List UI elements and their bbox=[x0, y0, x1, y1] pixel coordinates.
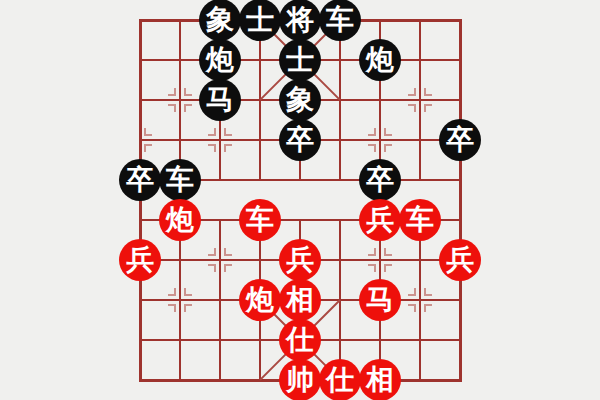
piece-black-chariot[interactable]: 车 bbox=[159, 159, 201, 201]
piece-red-elephant[interactable]: 相 bbox=[279, 279, 321, 321]
piece-black-soldier[interactable]: 卒 bbox=[359, 159, 401, 201]
xiangqi-board: 象士将车炮士炮马象卒卒卒车卒炮车兵车兵兵兵炮相马仕帅仕相 bbox=[0, 0, 600, 400]
piece-red-soldier[interactable]: 兵 bbox=[439, 239, 481, 281]
piece-red-elephant[interactable]: 相 bbox=[359, 359, 401, 400]
piece-red-advisor[interactable]: 仕 bbox=[279, 319, 321, 361]
piece-black-cannon[interactable]: 炮 bbox=[199, 39, 241, 81]
piece-red-advisor[interactable]: 仕 bbox=[319, 359, 361, 400]
piece-red-cannon[interactable]: 炮 bbox=[159, 199, 201, 241]
piece-black-advisor[interactable]: 士 bbox=[279, 39, 321, 81]
piece-black-chariot[interactable]: 车 bbox=[319, 0, 361, 41]
pieces: 象士将车炮士炮马象卒卒卒车卒炮车兵车兵兵兵炮相马仕帅仕相 bbox=[0, 0, 600, 400]
piece-red-horse[interactable]: 马 bbox=[359, 279, 401, 321]
piece-black-soldier[interactable]: 卒 bbox=[279, 119, 321, 161]
piece-black-soldier[interactable]: 卒 bbox=[439, 119, 481, 161]
piece-black-elephant[interactable]: 象 bbox=[199, 0, 241, 41]
piece-red-soldier[interactable]: 兵 bbox=[279, 239, 321, 281]
piece-black-soldier[interactable]: 卒 bbox=[119, 159, 161, 201]
piece-black-horse[interactable]: 马 bbox=[199, 79, 241, 121]
piece-black-elephant[interactable]: 象 bbox=[279, 79, 321, 121]
piece-red-chariot[interactable]: 车 bbox=[399, 199, 441, 241]
piece-red-cannon[interactable]: 炮 bbox=[239, 279, 281, 321]
piece-red-soldier[interactable]: 兵 bbox=[359, 199, 401, 241]
piece-red-soldier[interactable]: 兵 bbox=[119, 239, 161, 281]
piece-black-general[interactable]: 将 bbox=[279, 0, 321, 41]
piece-red-chariot[interactable]: 车 bbox=[239, 199, 281, 241]
piece-red-general[interactable]: 帅 bbox=[279, 359, 321, 400]
piece-black-advisor[interactable]: 士 bbox=[239, 0, 281, 41]
piece-black-cannon[interactable]: 炮 bbox=[359, 39, 401, 81]
